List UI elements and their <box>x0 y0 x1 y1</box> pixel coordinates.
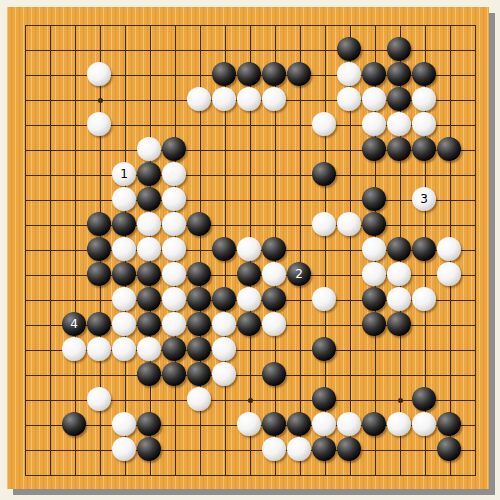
white-stone <box>212 337 236 361</box>
black-stone <box>362 187 386 211</box>
white-stone <box>162 187 186 211</box>
black-stone <box>187 212 211 236</box>
stones-layer: 1324 <box>0 0 500 500</box>
white-stone <box>87 112 111 136</box>
black-stone <box>412 387 436 411</box>
black-stone <box>387 137 411 161</box>
white-stone <box>362 237 386 261</box>
black-stone <box>237 62 261 86</box>
white-stone <box>362 87 386 111</box>
move-number-label: 3 <box>420 193 428 205</box>
black-stone <box>362 62 386 86</box>
white-stone <box>112 287 136 311</box>
black-stone <box>137 162 161 186</box>
black-stone <box>237 312 261 336</box>
black-stone <box>212 237 236 261</box>
black-stone <box>137 437 161 461</box>
white-stone <box>337 87 361 111</box>
board-frame: 1324 <box>0 0 500 500</box>
black-stone <box>337 37 361 61</box>
white-stone <box>287 437 311 461</box>
white-stone <box>437 237 461 261</box>
black-stone <box>262 362 286 386</box>
white-stone <box>387 412 411 436</box>
white-stone <box>162 237 186 261</box>
black-stone <box>412 62 436 86</box>
black-stone: 4 <box>62 312 86 336</box>
black-stone <box>162 137 186 161</box>
white-stone <box>112 412 136 436</box>
black-stone <box>312 437 336 461</box>
black-stone <box>437 412 461 436</box>
black-stone <box>137 187 161 211</box>
black-stone <box>237 262 261 286</box>
white-stone <box>262 262 286 286</box>
white-stone <box>112 312 136 336</box>
black-stone <box>337 437 361 461</box>
white-stone <box>212 312 236 336</box>
black-stone <box>262 287 286 311</box>
white-stone <box>87 337 111 361</box>
white-stone <box>237 237 261 261</box>
white-stone <box>137 212 161 236</box>
black-stone <box>412 237 436 261</box>
black-stone <box>162 362 186 386</box>
white-stone <box>162 312 186 336</box>
white-stone <box>187 387 211 411</box>
white-stone <box>337 62 361 86</box>
black-stone <box>362 412 386 436</box>
white-stone <box>87 387 111 411</box>
black-stone <box>387 62 411 86</box>
white-stone <box>112 237 136 261</box>
black-stone <box>187 312 211 336</box>
black-stone <box>362 312 386 336</box>
white-stone <box>162 262 186 286</box>
white-stone <box>312 412 336 436</box>
black-stone <box>162 337 186 361</box>
white-stone <box>87 62 111 86</box>
black-stone <box>187 362 211 386</box>
black-stone <box>312 387 336 411</box>
black-stone <box>387 87 411 111</box>
black-stone <box>137 312 161 336</box>
black-stone <box>137 262 161 286</box>
black-stone: 2 <box>287 262 311 286</box>
black-stone <box>187 287 211 311</box>
black-stone <box>62 412 86 436</box>
black-stone <box>287 62 311 86</box>
black-stone <box>387 37 411 61</box>
white-stone: 3 <box>412 187 436 211</box>
white-stone <box>62 337 86 361</box>
black-stone <box>87 237 111 261</box>
black-stone <box>312 337 336 361</box>
white-stone <box>362 112 386 136</box>
white-stone <box>137 337 161 361</box>
white-stone <box>212 87 236 111</box>
black-stone <box>87 312 111 336</box>
white-stone <box>237 87 261 111</box>
white-stone <box>362 262 386 286</box>
white-stone <box>237 287 261 311</box>
black-stone <box>362 212 386 236</box>
white-stone <box>112 187 136 211</box>
black-stone <box>262 412 286 436</box>
white-stone <box>237 412 261 436</box>
black-stone <box>387 312 411 336</box>
black-stone <box>387 237 411 261</box>
black-stone <box>212 287 236 311</box>
white-stone <box>412 412 436 436</box>
white-stone <box>162 212 186 236</box>
black-stone <box>137 287 161 311</box>
black-stone <box>187 262 211 286</box>
black-stone <box>112 262 136 286</box>
black-stone <box>437 437 461 461</box>
move-number-label: 2 <box>295 268 303 280</box>
white-stone <box>337 212 361 236</box>
black-stone <box>112 212 136 236</box>
black-stone <box>287 412 311 436</box>
white-stone <box>262 312 286 336</box>
black-stone <box>87 262 111 286</box>
white-stone <box>312 287 336 311</box>
white-stone <box>112 437 136 461</box>
black-stone <box>362 287 386 311</box>
white-stone <box>112 337 136 361</box>
black-stone <box>262 237 286 261</box>
white-stone <box>312 112 336 136</box>
black-stone <box>137 412 161 436</box>
black-stone <box>262 62 286 86</box>
white-stone <box>337 412 361 436</box>
black-stone <box>362 137 386 161</box>
black-stone <box>312 162 336 186</box>
white-stone <box>212 362 236 386</box>
white-stone <box>137 137 161 161</box>
black-stone <box>212 62 236 86</box>
white-stone <box>387 112 411 136</box>
white-stone <box>437 262 461 286</box>
white-stone <box>387 287 411 311</box>
white-stone: 1 <box>112 162 136 186</box>
black-stone <box>87 212 111 236</box>
move-number-label: 1 <box>120 168 128 180</box>
white-stone <box>312 212 336 236</box>
white-stone <box>412 287 436 311</box>
white-stone <box>262 87 286 111</box>
white-stone <box>137 237 161 261</box>
white-stone <box>187 87 211 111</box>
white-stone <box>387 262 411 286</box>
white-stone <box>162 162 186 186</box>
white-stone <box>162 287 186 311</box>
black-stone <box>437 137 461 161</box>
black-stone <box>187 337 211 361</box>
black-stone <box>412 137 436 161</box>
white-stone <box>262 437 286 461</box>
move-number-label: 4 <box>70 318 78 330</box>
white-stone <box>412 112 436 136</box>
white-stone <box>412 87 436 111</box>
black-stone <box>137 362 161 386</box>
